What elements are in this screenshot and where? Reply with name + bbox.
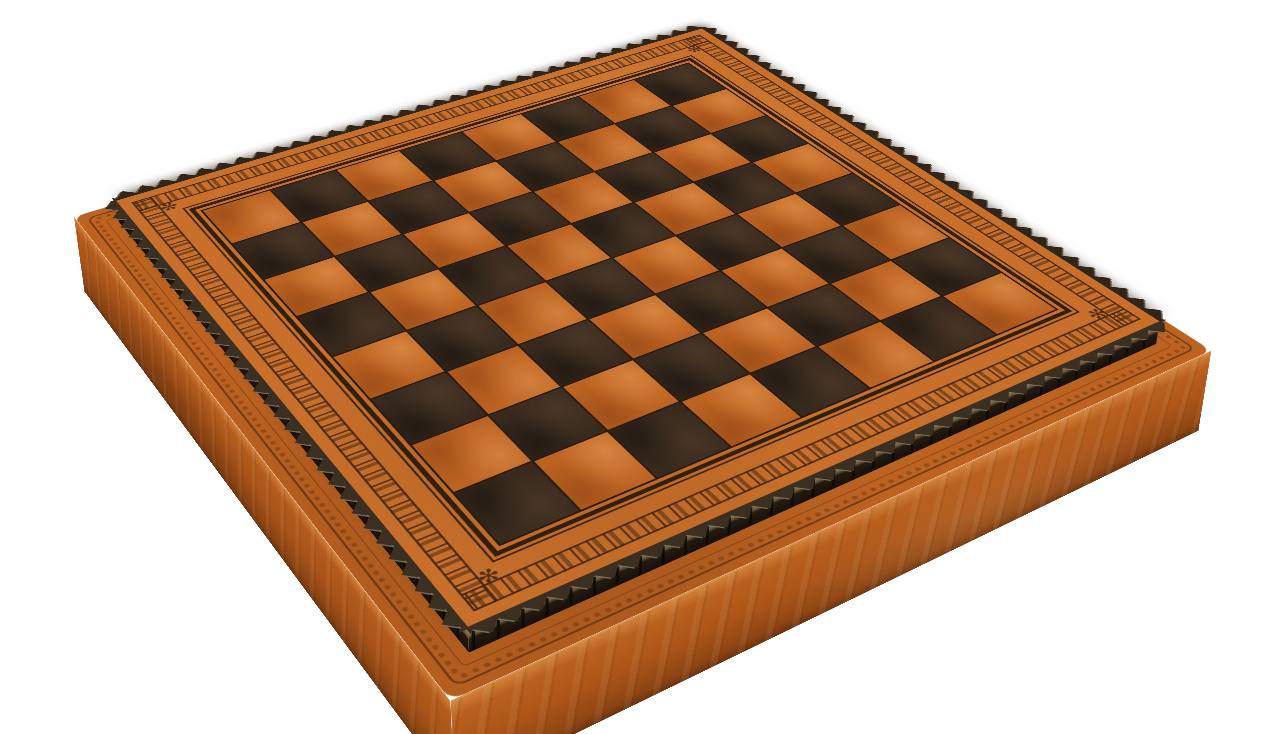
- square-h7[interactable]: [882, 297, 995, 360]
- square-e2[interactable]: [408, 306, 517, 370]
- square-h2[interactable]: [534, 432, 656, 510]
- square-d2[interactable]: [370, 269, 476, 329]
- square-h8[interactable]: [944, 273, 1056, 334]
- chess-board-case: ✻ ✻ ✻ ✻: [74, 30, 1212, 701]
- square-g6[interactable]: [768, 284, 879, 346]
- square-e1[interactable]: [333, 332, 444, 399]
- product-photo-scene: ✻ ✻ ✻ ✻: [0, 0, 1280, 734]
- square-h6[interactable]: [818, 322, 933, 388]
- square-g2[interactable]: [489, 387, 606, 460]
- square-f1[interactable]: [371, 372, 486, 443]
- square-g4[interactable]: [634, 334, 748, 401]
- square-h4[interactable]: [682, 375, 800, 447]
- square-h1[interactable]: [455, 462, 579, 544]
- corner-rosette-bottom-right: ✻: [467, 562, 509, 591]
- square-g7[interactable]: [831, 261, 940, 321]
- square-f2[interactable]: [447, 346, 560, 414]
- square-c1[interactable]: [264, 257, 367, 316]
- square-d3[interactable]: [440, 247, 544, 305]
- square-f3[interactable]: [520, 320, 632, 386]
- square-e3[interactable]: [479, 282, 587, 344]
- square-e4[interactable]: [547, 259, 653, 318]
- square-f4[interactable]: [590, 295, 700, 358]
- square-f5[interactable]: [657, 271, 766, 332]
- square-h5[interactable]: [752, 348, 869, 417]
- square-f6[interactable]: [721, 248, 828, 306]
- square-h3[interactable]: [610, 403, 730, 478]
- square-d1[interactable]: [298, 293, 405, 356]
- corner-rosette-top-right: ✻: [1078, 304, 1115, 324]
- square-g1[interactable]: [412, 416, 531, 492]
- square-g3[interactable]: [563, 360, 679, 430]
- square-g5[interactable]: [703, 308, 816, 372]
